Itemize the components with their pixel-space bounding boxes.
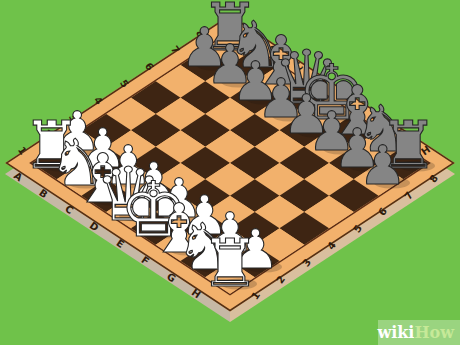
white-rook-h1: ♜ [200,230,259,296]
black-pawn-h7: ♟ [359,139,407,193]
watermark-wiki-text: wiki [377,323,414,342]
wikihow-watermark: wikiHow [378,320,460,345]
watermark-how-text: How [414,323,454,342]
wikihow-chess-illustration: 12345678ABCDEFGH12345678ABCDEFGH ♜♞♝♛♚♝♞… [0,0,460,345]
